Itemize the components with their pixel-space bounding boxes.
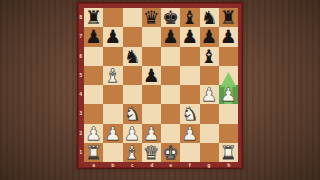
- rank-label-1: 1: [78, 143, 84, 162]
- square-e8[interactable]: ♚: [161, 8, 180, 27]
- square-c3[interactable]: ♞: [123, 104, 142, 123]
- square-g2[interactable]: [200, 124, 219, 143]
- rank-label-5: 5: [78, 66, 84, 85]
- square-g6[interactable]: ♝: [200, 47, 219, 66]
- square-d7[interactable]: [142, 27, 161, 46]
- square-c7[interactable]: [123, 27, 142, 46]
- rank-label-2: 2: [78, 124, 84, 143]
- black-bishop[interactable]: ♝: [201, 47, 218, 66]
- file-label-h: h: [219, 162, 238, 169]
- square-a7[interactable]: ♟: [84, 27, 103, 46]
- rank-label-4: 4: [78, 85, 84, 104]
- square-a8[interactable]: ♜: [84, 8, 103, 27]
- square-h8[interactable]: ♜: [219, 8, 238, 27]
- square-e2[interactable]: [161, 124, 180, 143]
- square-f7[interactable]: ♟: [180, 27, 199, 46]
- square-g7[interactable]: ♟: [200, 27, 219, 46]
- file-label-c: c: [123, 162, 142, 169]
- file-label-e: e: [161, 162, 180, 169]
- square-c1[interactable]: ♝: [123, 143, 142, 162]
- square-g1[interactable]: [200, 143, 219, 162]
- square-g4[interactable]: ♟: [200, 85, 219, 104]
- rank-labels: 87654321: [78, 8, 84, 162]
- chess-board[interactable]: ♜♛♚♝♞♜♟♟♟♟♟♟♞♝♝♟♟♟♞♞♟♟♟♟♟♜♝♛♚♜: [84, 8, 238, 162]
- white-pawn[interactable]: ♟: [182, 124, 199, 143]
- square-b7[interactable]: ♟: [103, 27, 122, 46]
- square-a4[interactable]: [84, 85, 103, 104]
- square-f6[interactable]: [180, 47, 199, 66]
- black-pawn[interactable]: ♟: [85, 27, 102, 46]
- square-d6[interactable]: [142, 47, 161, 66]
- black-knight[interactable]: ♞: [124, 47, 141, 66]
- black-king[interactable]: ♚: [162, 8, 179, 27]
- file-label-g: g: [200, 162, 219, 169]
- rank-label-6: 6: [78, 47, 84, 66]
- rank-label-3: 3: [78, 104, 84, 123]
- black-pawn[interactable]: ♟: [201, 27, 218, 46]
- square-f1[interactable]: [180, 143, 199, 162]
- square-h7[interactable]: ♟: [219, 27, 238, 46]
- square-a6[interactable]: [84, 47, 103, 66]
- white-rook[interactable]: ♜: [220, 143, 237, 162]
- square-g3[interactable]: [200, 104, 219, 123]
- square-f8[interactable]: ♝: [180, 8, 199, 27]
- white-king[interactable]: ♚: [162, 143, 179, 162]
- square-h6[interactable]: [219, 47, 238, 66]
- square-c4[interactable]: [123, 85, 142, 104]
- black-pawn[interactable]: ♟: [105, 27, 122, 46]
- file-label-d: d: [142, 162, 161, 169]
- square-d4[interactable]: [142, 85, 161, 104]
- white-knight[interactable]: ♞: [124, 104, 141, 123]
- square-d3[interactable]: [142, 104, 161, 123]
- file-label-b: b: [103, 162, 122, 169]
- black-pawn[interactable]: ♟: [162, 27, 179, 46]
- black-pawn[interactable]: ♟: [182, 27, 199, 46]
- square-d5[interactable]: ♟: [142, 66, 161, 85]
- square-e7[interactable]: ♟: [161, 27, 180, 46]
- square-b8[interactable]: [103, 8, 122, 27]
- white-bishop[interactable]: ♝: [105, 66, 122, 85]
- square-b1[interactable]: [103, 143, 122, 162]
- white-pawn[interactable]: ♟: [143, 124, 160, 143]
- square-a1[interactable]: ♜: [84, 143, 103, 162]
- white-pawn[interactable]: ♟: [124, 124, 141, 143]
- square-d2[interactable]: ♟: [142, 124, 161, 143]
- white-knight[interactable]: ♞: [182, 104, 199, 123]
- square-c2[interactable]: ♟: [123, 124, 142, 143]
- square-c8[interactable]: [123, 8, 142, 27]
- black-rook[interactable]: ♜: [85, 8, 102, 27]
- white-queen[interactable]: ♛: [143, 143, 160, 162]
- square-e6[interactable]: [161, 47, 180, 66]
- square-a3[interactable]: [84, 104, 103, 123]
- square-b6[interactable]: [103, 47, 122, 66]
- square-a5[interactable]: [84, 66, 103, 85]
- square-g5[interactable]: [200, 66, 219, 85]
- square-h4[interactable]: ♟: [219, 85, 238, 104]
- square-e5[interactable]: [161, 66, 180, 85]
- square-c5[interactable]: [123, 66, 142, 85]
- white-bishop[interactable]: ♝: [124, 143, 141, 162]
- rank-label-7: 7: [78, 27, 84, 46]
- black-bishop[interactable]: ♝: [182, 8, 199, 27]
- file-labels: abcdefgh: [84, 162, 238, 169]
- square-f4[interactable]: [180, 85, 199, 104]
- square-a2[interactable]: ♟: [84, 124, 103, 143]
- black-knight[interactable]: ♞: [201, 8, 218, 27]
- square-e4[interactable]: [161, 85, 180, 104]
- black-pawn[interactable]: ♟: [143, 66, 160, 85]
- black-rook[interactable]: ♜: [220, 8, 237, 27]
- board-frame: ♜♛♚♝♞♜♟♟♟♟♟♟♞♝♝♟♟♟♞♞♟♟♟♟♟♜♝♛♚♜ 87654321 …: [77, 2, 243, 169]
- square-b5[interactable]: ♝: [103, 66, 122, 85]
- app-background: ♜♛♚♝♞♜♟♟♟♟♟♟♞♝♝♟♟♟♞♞♟♟♟♟♟♜♝♛♚♜ 87654321 …: [0, 0, 320, 180]
- white-pawn[interactable]: ♟: [105, 124, 122, 143]
- square-c6[interactable]: ♞: [123, 47, 142, 66]
- square-f3[interactable]: ♞: [180, 104, 199, 123]
- square-h1[interactable]: ♜: [219, 143, 238, 162]
- file-label-f: f: [180, 162, 199, 169]
- square-e3[interactable]: [161, 104, 180, 123]
- square-f5[interactable]: [180, 66, 199, 85]
- square-b2[interactable]: ♟: [103, 124, 122, 143]
- square-h5[interactable]: [219, 66, 238, 85]
- square-h3[interactable]: [219, 104, 238, 123]
- white-rook[interactable]: ♜: [85, 143, 102, 162]
- square-d8[interactable]: ♛: [142, 8, 161, 27]
- white-pawn[interactable]: ♟: [85, 124, 102, 143]
- file-label-a: a: [84, 162, 103, 169]
- square-h2[interactable]: [219, 124, 238, 143]
- white-pawn[interactable]: ♟: [201, 85, 218, 104]
- square-b4[interactable]: [103, 85, 122, 104]
- square-f2[interactable]: ♟: [180, 124, 199, 143]
- square-b3[interactable]: [103, 104, 122, 123]
- white-pawn[interactable]: ♟: [220, 85, 237, 104]
- black-pawn[interactable]: ♟: [220, 27, 237, 46]
- square-g8[interactable]: ♞: [200, 8, 219, 27]
- square-d1[interactable]: ♛: [142, 143, 161, 162]
- square-e1[interactable]: ♚: [161, 143, 180, 162]
- rank-label-8: 8: [78, 8, 84, 27]
- black-queen[interactable]: ♛: [143, 8, 160, 27]
